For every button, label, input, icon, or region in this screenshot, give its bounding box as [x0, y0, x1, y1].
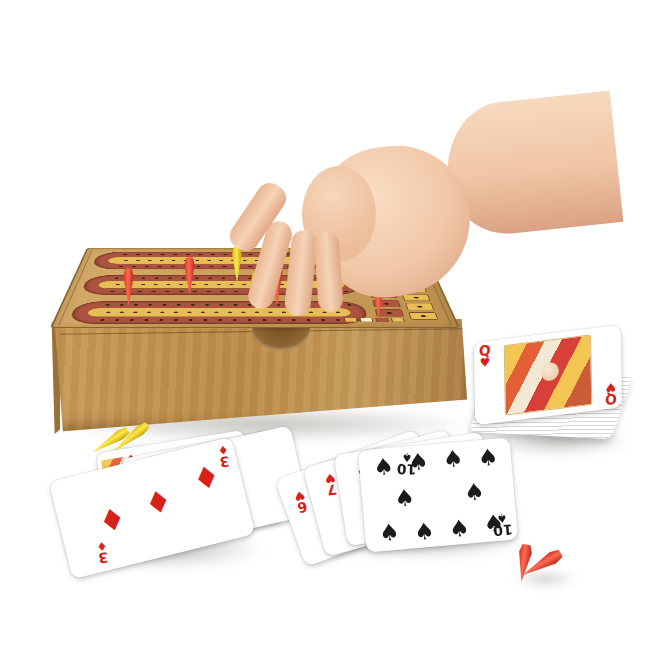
spade-pip-icon: ♠ [372, 453, 395, 481]
heart-suit-icon: ♥ [605, 380, 616, 393]
card-index: 10 ♠ [491, 511, 513, 537]
track-1-yellow-lane [106, 257, 397, 264]
spade-pip-icon: ♠ [413, 517, 436, 545]
diamond-suit-icon: ♦ [217, 442, 229, 455]
spade-pip-icon: ♠ [448, 514, 471, 542]
spade-pip-icon: ♠ [477, 444, 500, 472]
mini-score-hole [360, 318, 374, 322]
score-hole[interactable] [402, 294, 431, 301]
spade-pip-icon: ♠ [378, 518, 401, 546]
spade-pip-icon: ♠ [442, 445, 465, 473]
forearm [441, 90, 624, 239]
board-track-3[interactable] [68, 301, 369, 324]
card-index: Q ♥ [479, 344, 491, 370]
card-index: 6 ♥ [293, 488, 309, 514]
spade-pip-icon: ♠ [463, 478, 486, 506]
queen-face [541, 361, 559, 381]
mini-score-hole [391, 318, 405, 322]
card-index: Q ♥ [605, 380, 617, 406]
queen-face-art [504, 334, 593, 415]
score-hole[interactable] [405, 303, 434, 310]
mini-score-hole [375, 318, 389, 322]
score-hole[interactable] [370, 291, 398, 298]
heart-suit-icon: ♥ [324, 471, 336, 484]
heart-suit-icon: ♥ [293, 488, 306, 502]
thumb [225, 178, 291, 256]
mini-score-hole [344, 318, 358, 322]
score-hole[interactable] [396, 278, 423, 284]
board-track-2[interactable] [80, 275, 361, 295]
card-index: 10 ♠ [397, 450, 417, 475]
diamond-pip-icon: ♦ [95, 500, 130, 540]
spade-pip-icon: ♠ [393, 484, 416, 512]
diamond-pip-icon: ♦ [141, 482, 176, 522]
track-3-yellow-lane [85, 308, 352, 317]
scene: J ♥ 6 ♠ 7 ♣ ♦♦♦ 3 ♦ 3 ♦ 6 ♥ 7 [0, 0, 650, 650]
heart-suit-icon: ♥ [480, 357, 491, 370]
mini-score-strip [344, 318, 405, 322]
board-track-1[interactable] [91, 252, 412, 270]
spade-suit-icon: ♠ [401, 450, 412, 462]
score-hole[interactable] [408, 312, 438, 319]
track-2-yellow-lane [96, 281, 346, 289]
score-hole[interactable] [399, 286, 427, 292]
diamond-suit-icon: ♦ [96, 539, 108, 552]
card-ten-of-spades[interactable]: ♠♠♠♠♠♠♠♠♠♠ 10 ♠ 10 ♠ [358, 438, 518, 553]
spade-suit-icon: ♠ [496, 511, 508, 523]
